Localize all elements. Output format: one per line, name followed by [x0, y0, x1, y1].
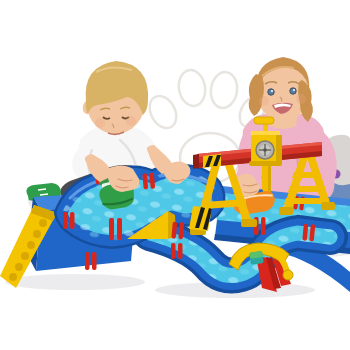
winch-crank-handle	[254, 117, 274, 124]
crank-knob	[283, 270, 293, 280]
photo-canvas	[0, 0, 350, 350]
hazard-stripes-leg	[189, 206, 212, 231]
hazard-stripes-beam	[203, 154, 221, 168]
product-photo	[0, 0, 350, 350]
